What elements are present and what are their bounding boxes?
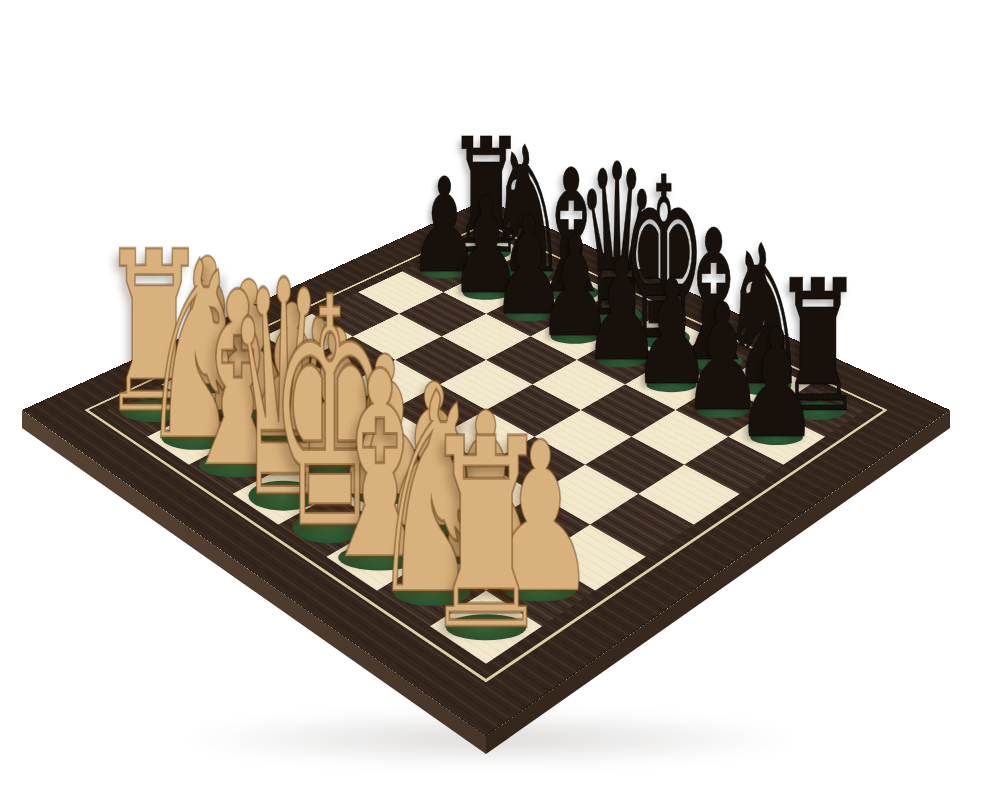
piece-black-pawn[interactable]: ♟ xyxy=(730,309,824,460)
chess-set-photo-stage: ♜♞♝♛♚♝♞♜♟♟♟♟♟♟♟♟♟♟♟♟♟♟♟♟♜♞♝♛♚♝♞♜ xyxy=(0,0,1000,800)
pieces-layer: ♜♞♝♛♚♝♞♜♟♟♟♟♟♟♟♟♟♟♟♟♟♟♟♟♜♞♝♛♚♝♞♜ xyxy=(0,0,1000,800)
piece-white-rook[interactable]: ♜ xyxy=(414,404,558,666)
